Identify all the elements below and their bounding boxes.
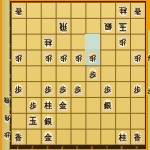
sente-pawn-9f[interactable]: 歩 [132,84,143,96]
sente-pawn-2g[interactable]: 歩 [28,100,39,112]
piece-kanji: 歩 [60,55,67,62]
gote-pawn-9d[interactable]: 歩 [132,52,143,64]
sente-knight-8i[interactable]: 桂 [117,131,129,144]
sente-lance-9i[interactable]: 香 [132,131,143,143]
gote-king-8b[interactable]: 玉 [116,20,129,34]
gote-lance-9a[interactable]: 香 [132,5,143,17]
piece-kanji: 桂 [44,102,52,110]
file-label-1: 1 [10,146,25,150]
shogi-board[interactable]: 香桂香飛銀玉桂歩歩歩歩歩歩歩歩歩歩歩歩歩歩歩桂金銀玉銀香金桂香 [10,1,146,149]
piece-kanji: 香 [15,7,22,14]
gote-silver-7b[interactable]: 銀 [102,20,114,33]
rank-label-3: 三 [8,33,11,49]
gote-knight-3c[interactable]: 桂 [42,36,54,49]
piece-kanji: 銀 [104,23,112,31]
piece-kanji: 歩 [45,55,52,62]
piece-kanji: 歩 [30,102,37,109]
gote-pawn-3d[interactable]: 歩 [43,52,54,64]
gote-lance-1a[interactable]: 香 [13,5,24,17]
file-label-8: 8 [114,146,129,150]
file-labels: 123456789 [10,146,144,150]
sente-knight-3g[interactable]: 桂 [42,99,54,112]
gote-pawn-8c[interactable]: 歩 [117,36,128,48]
sente-pawn-7f[interactable]: 歩 [102,84,113,96]
piece-kanji: 桂 [44,38,52,46]
sente-lance-1i[interactable]: 香 [13,131,24,143]
piece-kanji: 歩 [74,86,81,93]
piece-kanji: 金 [59,102,67,110]
piece-kanji: 飛 [59,22,67,30]
file-label-7: 7 [99,146,114,150]
sente-pawn-1f[interactable]: 歩 [13,84,24,96]
file-label-3: 3 [40,146,55,150]
piece-kanji: 金 [44,133,52,141]
sente-king-2h[interactable]: 玉 [27,115,40,129]
gote-pawn-1d[interactable]: 歩 [13,52,24,64]
gote-pawn-5d[interactable]: 歩 [73,52,84,64]
piece-kanji: 歩 [134,55,141,62]
piece-kanji: 歩 [104,86,111,93]
piece-kanji: 歩 [119,39,126,46]
rank-label-1: 一 [8,1,11,17]
sente-gold-3i[interactable]: 金 [42,131,54,144]
gote-knight-8a[interactable]: 桂 [117,4,129,17]
sente-pawn-4f[interactable]: 歩 [58,84,69,96]
piece-kanji: 歩 [134,86,141,93]
file-label-2: 2 [25,146,40,150]
gote-rook-4b[interactable]: 飛 [57,20,70,34]
piece-kanji: 銀 [44,118,52,126]
sente-silver-7g[interactable]: 銀 [102,99,114,112]
rank-labels: 一二三四五六七八九 [10,1,13,143]
piece-kanji: 香 [15,134,22,141]
piece-kanji: 香 [134,7,141,14]
sente-pawn-3f[interactable]: 歩 [43,84,54,96]
piece-kanji: 玉 [29,117,37,125]
piece-kanji: 歩 [45,86,52,93]
sente-pawn-6e[interactable]: 歩 [87,68,98,80]
piece-kanji: 桂 [119,133,127,141]
piece-kanji: 銀 [104,102,112,110]
file-label-5: 5 [70,146,85,150]
piece-kanji: 桂 [119,7,127,15]
piece-kanji: 玉 [119,22,127,30]
rank-label-2: 二 [8,17,11,33]
piece-kanji: 歩 [15,55,22,62]
piece-kanji: 歩 [15,86,22,93]
shogi-app: { "game": "shogi", "app": { "background_… [0,0,150,150]
sente-pawn-5f[interactable]: 歩 [73,84,84,96]
rank-label-4: 四 [8,48,11,64]
piece-kanji: 歩 [89,55,96,62]
sente-silver-3h[interactable]: 銀 [42,115,54,128]
gote-pawn-4d[interactable]: 歩 [58,52,69,64]
file-label-9: 9 [129,146,144,150]
last-move-highlight [85,34,100,50]
file-label-4: 4 [55,146,70,150]
file-label-6: 6 [84,146,99,150]
piece-kanji: 歩 [60,86,67,93]
rank-label-6: 六 [8,80,11,96]
rank-label-5: 五 [8,64,11,80]
piece-kanji: 歩 [89,70,96,77]
piece-kanji: 歩 [75,55,82,62]
sente-gold-4g[interactable]: 金 [57,99,69,112]
piece-kanji: 香 [134,134,141,141]
